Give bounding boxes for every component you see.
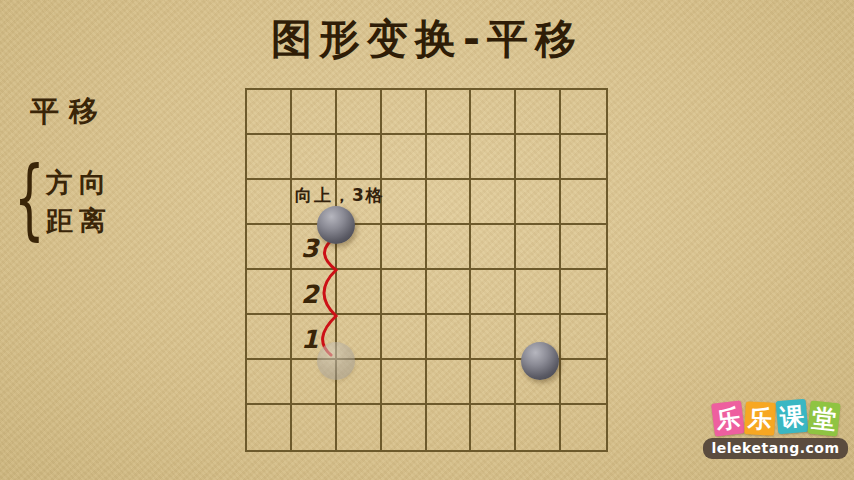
grid-cell <box>471 270 516 315</box>
grid-cell <box>471 180 516 225</box>
sidebar-item-direction: 方向 <box>46 165 112 201</box>
grid-cell <box>382 135 427 180</box>
grid-cell <box>337 135 382 180</box>
grid-cell <box>427 405 472 450</box>
grid-cell <box>382 90 427 135</box>
grid-cell <box>516 180 561 225</box>
grid-cell <box>561 225 606 270</box>
static-stone <box>521 342 559 380</box>
move-annotation-label: 向上，3格 <box>295 184 385 207</box>
grid-cell <box>471 360 516 405</box>
grid-cell <box>427 90 472 135</box>
grid-cell <box>561 270 606 315</box>
grid-cell <box>382 180 427 225</box>
logo-domain-text: leleketang.com <box>703 438 848 459</box>
grid-cell <box>337 90 382 135</box>
grid-cell <box>247 270 292 315</box>
grid-cell <box>516 270 561 315</box>
page-title: 图形变换-平移 <box>0 12 854 67</box>
logo-tiles: 乐乐课堂 <box>703 402 848 435</box>
grid-cell <box>337 270 382 315</box>
grid-cell <box>247 360 292 405</box>
grid-cell <box>471 135 516 180</box>
step-count-label: 3 <box>301 234 318 263</box>
translation-grid-board <box>245 88 608 452</box>
grid-cell <box>247 180 292 225</box>
step-count-label: 1 <box>301 325 318 354</box>
grid-cell <box>471 90 516 135</box>
grid-cell <box>561 360 606 405</box>
sidebar-heading-translation: 平移 <box>30 92 108 132</box>
grid-cell <box>247 315 292 360</box>
grid-cell <box>382 360 427 405</box>
grid-cell <box>382 225 427 270</box>
grid-cell <box>516 225 561 270</box>
grid-cell <box>471 315 516 360</box>
brace-glyph: { <box>14 152 45 244</box>
grid-cell <box>427 135 472 180</box>
grid-cell <box>516 405 561 450</box>
grid-cell <box>292 405 337 450</box>
moved-stone <box>317 206 355 244</box>
grid-cell <box>561 90 606 135</box>
grid-cell <box>382 405 427 450</box>
grid-cell <box>382 315 427 360</box>
grid-cell <box>337 405 382 450</box>
grid-cell <box>561 180 606 225</box>
grid-cell <box>471 405 516 450</box>
grid-cell <box>247 405 292 450</box>
step-count-label: 2 <box>301 279 318 308</box>
grid-cell <box>427 180 472 225</box>
grid-cell <box>427 270 472 315</box>
grid-cell <box>292 135 337 180</box>
logo-tile: 乐 <box>711 400 745 436</box>
logo-tile: 乐 <box>744 401 776 436</box>
grid-cell <box>292 90 337 135</box>
grid-cell <box>561 135 606 180</box>
logo-tile: 课 <box>775 399 808 434</box>
grid-cell <box>561 315 606 360</box>
grid-cell <box>427 225 472 270</box>
grid-cell <box>247 225 292 270</box>
grid-cell <box>516 135 561 180</box>
sidebar-item-distance: 距离 <box>46 203 112 239</box>
grid-cell <box>247 135 292 180</box>
grid-cell <box>382 270 427 315</box>
logo-tile: 堂 <box>807 401 840 437</box>
origin-stone-ghost <box>317 342 355 380</box>
grid-cell <box>471 225 516 270</box>
grid-cell <box>427 360 472 405</box>
grid-cell <box>247 90 292 135</box>
grid-cell <box>516 90 561 135</box>
leleketang-logo: 乐乐课堂 leleketang.com <box>703 402 848 459</box>
grid-cell <box>427 315 472 360</box>
grid-cell <box>561 405 606 450</box>
